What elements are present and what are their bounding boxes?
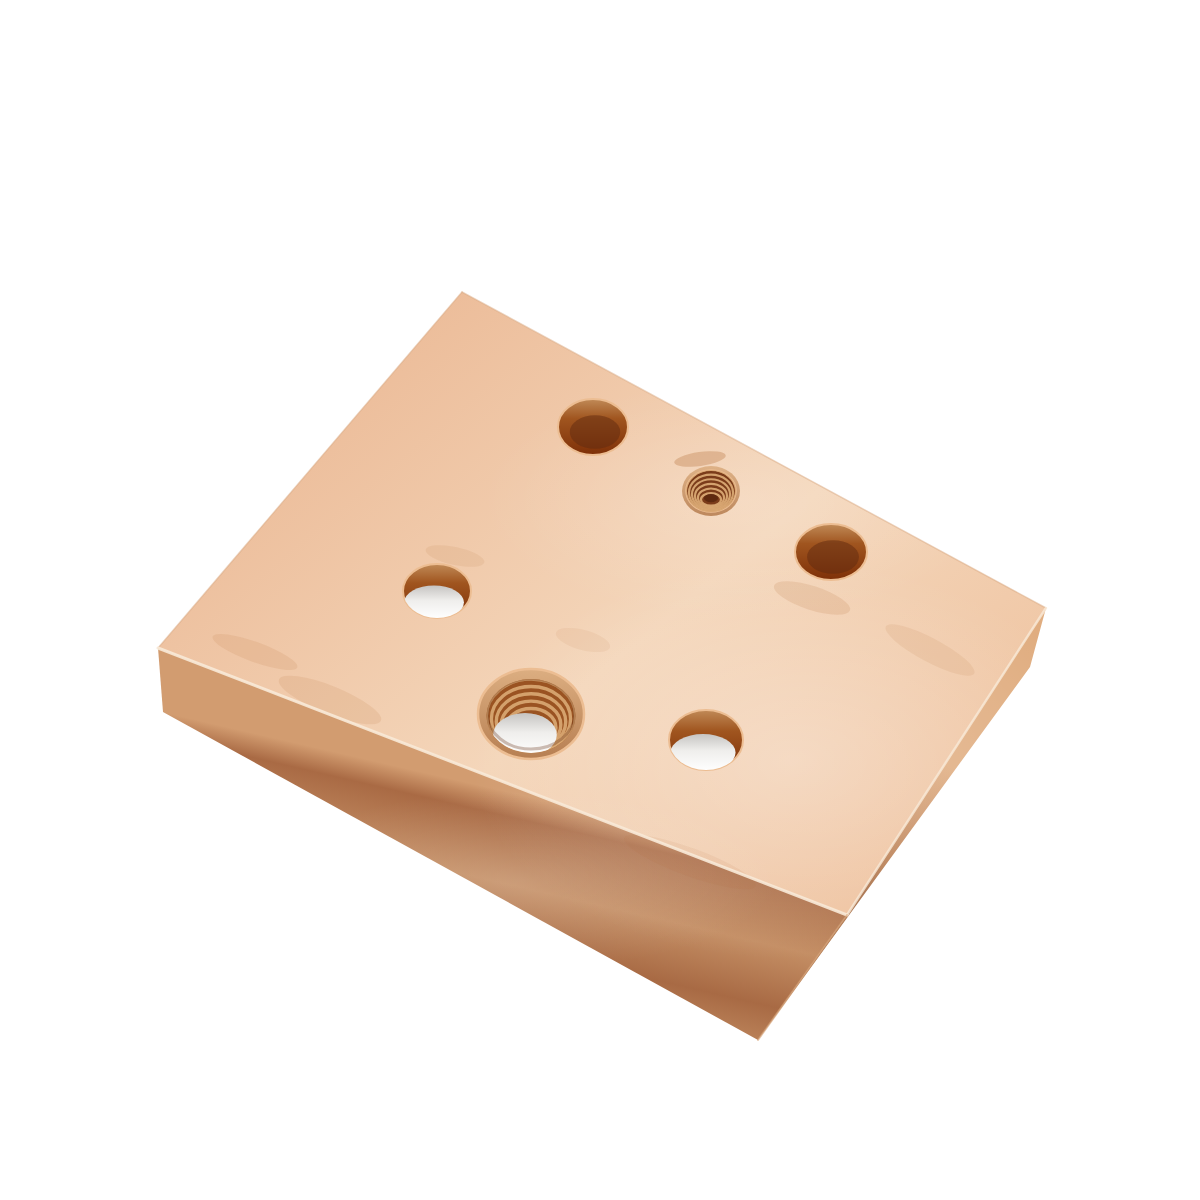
hole-left-through — [403, 564, 471, 619]
product-photo — [0, 0, 1200, 1200]
hole-depth-shadow — [570, 415, 620, 449]
hole-right-counterbore — [795, 524, 867, 580]
hole-small-threaded — [682, 466, 740, 516]
hole-depth-shadow — [704, 494, 718, 502]
hole-depth-shadow — [807, 540, 859, 574]
copper-plate-photo — [0, 0, 1200, 1200]
hole-large-threaded — [478, 669, 584, 759]
hole-bottom-right-through — [669, 710, 743, 771]
sheen-highlight — [480, 380, 1000, 620]
hole-top-counterbore — [558, 399, 628, 455]
